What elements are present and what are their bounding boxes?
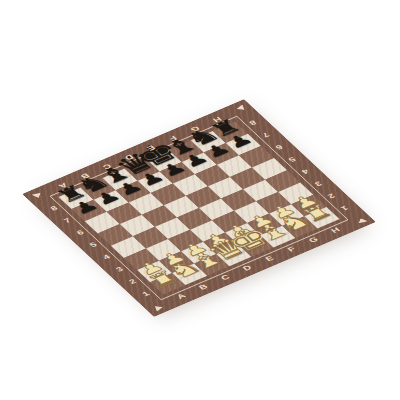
rank-label-right-6: 6 [274, 143, 285, 151]
rank-label-left-5: 5 [87, 241, 98, 249]
rank-label-right-7: 7 [260, 131, 271, 139]
corner-arrow-a8 [30, 192, 40, 198]
rank-label-left-2: 2 [127, 277, 138, 285]
rank-label-right-1: 1 [339, 204, 350, 212]
rank-label-left-4: 4 [101, 253, 112, 261]
rank-label-right-3: 3 [313, 180, 324, 188]
rank-label-right-4: 4 [300, 168, 311, 176]
corner-arrow-a1 [152, 306, 162, 312]
file-label-bottom-e: E [263, 254, 275, 262]
rank-label-left-7: 7 [61, 216, 72, 224]
file-label-bottom-c: C [219, 273, 231, 281]
file-label-bottom-g: G [307, 235, 320, 243]
rank-label-left-6: 6 [74, 228, 85, 236]
rank-label-left-1: 1 [140, 290, 151, 298]
rank-label-left-8: 8 [48, 204, 59, 212]
photo-scene: ♜♞♝♛♚♝♞♜♟♟♟♟♟♟♟♟♟♟♟♟♟♟♟♟♜♞♝♛♚♝♞♜ AABBCCD… [0, 0, 400, 400]
file-label-bottom-a: A [175, 292, 187, 300]
file-label-bottom-h: H [329, 226, 341, 234]
file-label-bottom-f: F [286, 245, 297, 253]
corner-arrow-h1 [358, 218, 368, 224]
rank-label-right-5: 5 [287, 156, 298, 164]
rank-label-right-2: 2 [326, 192, 337, 200]
file-label-bottom-d: D [241, 264, 253, 272]
chess-board: ♜♞♝♛♚♝♞♜♟♟♟♟♟♟♟♟♟♟♟♟♟♟♟♟♜♞♝♛♚♝♞♜ AABBCCD… [22, 99, 376, 317]
rank-label-right-8: 8 [247, 119, 258, 127]
board-grid: ♜♞♝♛♚♝♞♜♟♟♟♟♟♟♟♟♟♟♟♟♟♟♟♟♜♞♝♛♚♝♞♜ [58, 121, 339, 294]
corner-arrow-h8 [236, 104, 246, 110]
file-label-bottom-b: B [197, 283, 209, 291]
rank-label-left-3: 3 [114, 265, 125, 273]
